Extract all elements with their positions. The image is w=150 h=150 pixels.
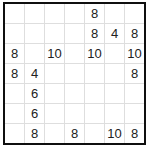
grid-cell-r4c5[interactable] <box>85 64 104 83</box>
grid-cell-r3c5[interactable]: 10 <box>85 44 104 63</box>
grid-cell-r4c4[interactable] <box>65 64 84 83</box>
clue-number: 8 <box>71 127 78 140</box>
grid-cell-r3c4[interactable] <box>65 44 84 63</box>
grid-cell-r5c6[interactable] <box>105 84 124 103</box>
clue-number: 6 <box>31 87 38 100</box>
grid-cell-r2c1[interactable] <box>5 24 24 43</box>
grid-cell-r5c4[interactable] <box>65 84 84 103</box>
grid-cell-r5c3[interactable] <box>45 84 64 103</box>
grid-cell-r5c2[interactable]: 6 <box>25 84 44 103</box>
clue-number: 10 <box>127 47 141 60</box>
grid-cell-r2c7[interactable]: 8 <box>125 24 144 43</box>
grid-cell-r5c7[interactable] <box>125 84 144 103</box>
grid-cell-r3c6[interactable] <box>105 44 124 63</box>
clue-number: 8 <box>31 127 38 140</box>
grid-cell-r1c7[interactable] <box>125 4 144 23</box>
grid-cell-r2c4[interactable] <box>65 24 84 43</box>
grid-cell-r4c1[interactable]: 8 <box>5 64 24 83</box>
grid-cell-r7c1[interactable] <box>5 124 24 143</box>
grid-cell-r1c4[interactable] <box>65 4 84 23</box>
clue-number: 8 <box>91 27 98 40</box>
clue-number: 8 <box>131 127 138 140</box>
grid-cell-r1c6[interactable] <box>105 4 124 23</box>
grid-cell-r7c4[interactable]: 8 <box>65 124 84 143</box>
clue-number: 10 <box>47 47 61 60</box>
grid-cell-r1c3[interactable] <box>45 4 64 23</box>
grid-cell-r7c5[interactable] <box>85 124 104 143</box>
clue-number: 6 <box>31 107 38 120</box>
grid-cell-r6c5[interactable] <box>85 104 104 123</box>
grid-cell-r1c2[interactable] <box>25 4 44 23</box>
grid-cell-r3c1[interactable]: 8 <box>5 44 24 63</box>
grid-cell-r3c2[interactable] <box>25 44 44 63</box>
clue-number: 4 <box>31 67 38 80</box>
grid-cell-r7c2[interactable]: 8 <box>25 124 44 143</box>
grid-cell-r5c1[interactable] <box>5 84 24 103</box>
clue-number: 8 <box>131 67 138 80</box>
grid-cell-r7c6[interactable]: 10 <box>105 124 124 143</box>
grid-cell-r4c7[interactable]: 8 <box>125 64 144 83</box>
clue-number: 10 <box>87 47 101 60</box>
grid-cell-r1c5[interactable]: 8 <box>85 4 104 23</box>
grid-cell-r2c2[interactable] <box>25 24 44 43</box>
grid-cell-r6c2[interactable]: 6 <box>25 104 44 123</box>
grid-cell-r6c3[interactable] <box>45 104 64 123</box>
grid-cell-r1c1[interactable] <box>5 4 24 23</box>
clue-number: 8 <box>91 7 98 20</box>
grid-cell-r2c5[interactable]: 8 <box>85 24 104 43</box>
clue-number: 8 <box>11 67 18 80</box>
grid-cell-r7c3[interactable] <box>45 124 64 143</box>
grid-cell-r4c3[interactable] <box>45 64 64 83</box>
grid-cell-r3c3[interactable]: 10 <box>45 44 64 63</box>
grid-cell-r5c5[interactable] <box>85 84 104 103</box>
grid-cell-r3c7[interactable]: 10 <box>125 44 144 63</box>
grid-cell-r7c7[interactable]: 8 <box>125 124 144 143</box>
clue-number: 4 <box>111 27 118 40</box>
clue-number: 8 <box>11 47 18 60</box>
grid-cell-r2c3[interactable] <box>45 24 64 43</box>
puzzle-board: 884881010108486688108 <box>3 2 146 145</box>
clue-number: 10 <box>107 127 121 140</box>
grid-cell-r6c4[interactable] <box>65 104 84 123</box>
grid-cell-r2c6[interactable]: 4 <box>105 24 124 43</box>
clue-number: 8 <box>131 27 138 40</box>
grid-cell-r4c6[interactable] <box>105 64 124 83</box>
grid-cell-r6c7[interactable] <box>125 104 144 123</box>
grid-cell-r6c6[interactable] <box>105 104 124 123</box>
grid-cell-r6c1[interactable] <box>5 104 24 123</box>
grid-cell-r4c2[interactable]: 4 <box>25 64 44 83</box>
